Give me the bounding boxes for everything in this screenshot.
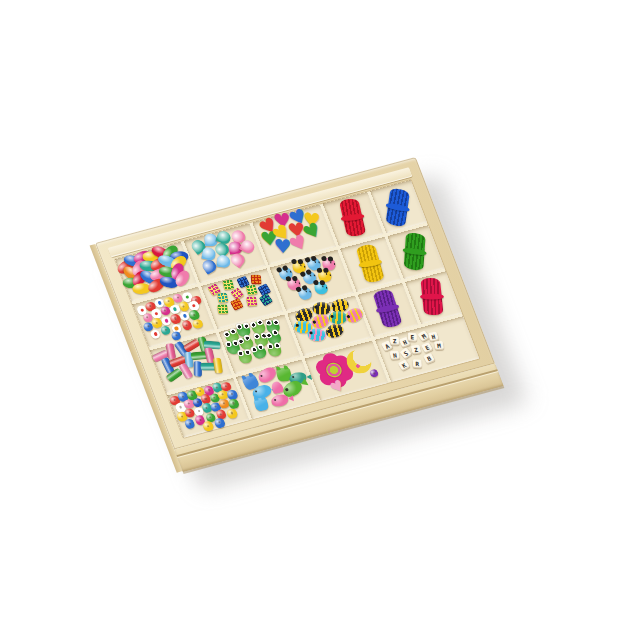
bead-mouse <box>317 269 333 283</box>
bead-frog <box>267 343 283 357</box>
bead-square <box>246 297 258 307</box>
bead-round <box>180 320 193 331</box>
bead-cord <box>356 244 385 284</box>
bead-letter: Z <box>410 344 421 354</box>
bead-round <box>202 421 215 432</box>
bead-square <box>222 279 234 290</box>
bead-letter: K <box>398 360 411 372</box>
bead-cat <box>253 397 269 412</box>
bead-beefish <box>307 329 326 342</box>
bead-round <box>214 417 227 428</box>
bead-cord <box>385 187 410 227</box>
bead-letter: N <box>389 350 400 360</box>
bead-square <box>246 285 259 296</box>
bead-frog <box>251 344 269 360</box>
bead-square <box>259 293 273 306</box>
bead-cord <box>372 289 402 329</box>
bead-round <box>226 408 239 419</box>
bead-letter: E <box>420 342 433 354</box>
bead-square <box>230 298 244 311</box>
bead-moon <box>216 254 230 269</box>
bead-fish <box>270 394 290 407</box>
bead-letter: B <box>423 353 435 364</box>
bead-square <box>217 293 229 304</box>
bead-frog <box>237 350 253 365</box>
bead-square <box>251 275 262 285</box>
bead-mouse <box>313 281 329 295</box>
bead-letter: R <box>412 359 422 368</box>
bead-cord <box>339 198 367 237</box>
bead-cord <box>404 232 426 271</box>
bead-letter: H <box>428 331 439 341</box>
bead-square <box>217 304 228 314</box>
bead-round <box>369 369 380 379</box>
bead-letter: S <box>399 348 412 360</box>
bead-round <box>159 325 172 336</box>
bead-mouse <box>296 285 314 301</box>
product-photo: AZHEMHNSZEMKRB <box>0 0 630 630</box>
bead-cord <box>421 278 444 315</box>
bead-letter: M <box>434 341 445 350</box>
bead-letter: E <box>408 332 417 341</box>
bead-round <box>191 318 204 329</box>
bead-cyl <box>213 358 223 374</box>
